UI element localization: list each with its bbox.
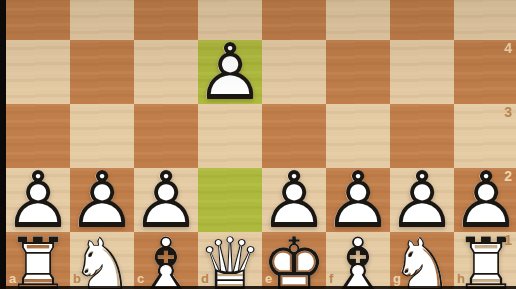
file-label-e: e [265, 272, 272, 285]
square-a4[interactable] [6, 40, 70, 104]
file-label-a: a [9, 272, 16, 285]
file-label-b: b [73, 272, 81, 285]
file-label-g: g [393, 272, 401, 285]
square-d4[interactable]: ♟♙ [198, 40, 262, 104]
file-label-c: c [137, 272, 144, 285]
piece-outline-layer: ♙ [198, 40, 262, 104]
rank-label-4: 4 [504, 41, 512, 55]
square-b4[interactable] [70, 40, 134, 104]
square-a5[interactable] [6, 0, 70, 40]
square-e5[interactable] [262, 0, 326, 40]
square-b5[interactable] [70, 0, 134, 40]
file-coordinates-row: abcdefgh [6, 271, 516, 285]
rank-label-2: 2 [504, 169, 512, 183]
square-g4[interactable] [390, 40, 454, 104]
chessboard-frame: ♟♙43♟♙♟♙♟♙♟♙♟♙♟♙♟♙2♜♖♞♘♝♗♛♕♚♔♝♗♞♘♜♖1 abc… [0, 0, 516, 289]
square-e4[interactable] [262, 40, 326, 104]
rank-label-3: 3 [504, 105, 512, 119]
square-f5[interactable] [326, 0, 390, 40]
square-h4[interactable]: 4 [454, 40, 516, 104]
file-label-f: f [329, 272, 333, 285]
file-label-d: d [201, 272, 209, 285]
square-g5[interactable] [390, 0, 454, 40]
rank-label-1: 1 [504, 233, 512, 247]
chess-board: ♟♙43♟♙♟♙♟♙♟♙♟♙♟♙♟♙2♜♖♞♘♝♗♛♕♚♔♝♗♞♘♜♖1 [6, 0, 516, 289]
square-c5[interactable] [134, 0, 198, 40]
white-pawn-d4[interactable]: ♟♙ [198, 40, 262, 104]
square-f4[interactable] [326, 40, 390, 104]
file-label-h: h [457, 272, 465, 285]
square-h5[interactable] [454, 0, 516, 40]
square-c4[interactable] [134, 40, 198, 104]
